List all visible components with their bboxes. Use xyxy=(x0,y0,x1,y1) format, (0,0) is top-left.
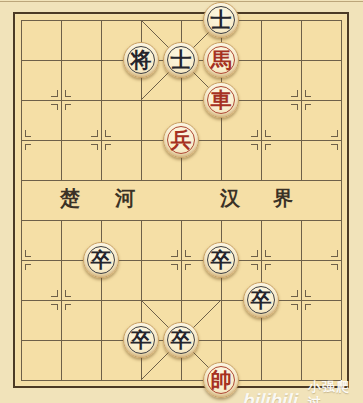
piece-red-soldier[interactable]: 兵 xyxy=(163,122,199,158)
piece-glyph: 卒 xyxy=(251,290,272,311)
piece-glyph: 士 xyxy=(171,50,192,71)
piece-black-advisor[interactable]: 士 xyxy=(203,2,239,38)
piece-glyph: 卒 xyxy=(131,330,152,351)
piece-black-general[interactable]: 将 xyxy=(123,42,159,78)
piece-glyph: 士 xyxy=(211,10,232,31)
piece-glyph: 将 xyxy=(131,50,152,71)
piece-glyph: 卒 xyxy=(211,250,232,271)
piece-glyph: 卒 xyxy=(91,250,112,271)
bilibili-logo: bilibili xyxy=(242,391,298,403)
piece-red-chariot[interactable]: 車 xyxy=(203,82,239,118)
watermark: bilibili 小强爬过 xyxy=(243,379,363,403)
piece-glyph: 馬 xyxy=(211,50,232,71)
piece-black-advisor[interactable]: 士 xyxy=(163,42,199,78)
river-label-chu-he: 楚河 xyxy=(60,187,170,209)
piece-glyph: 帥 xyxy=(211,370,232,391)
piece-glyph: 車 xyxy=(211,90,232,111)
piece-black-soldier[interactable]: 卒 xyxy=(203,242,239,278)
piece-black-soldier[interactable]: 卒 xyxy=(123,322,159,358)
piece-glyph: 兵 xyxy=(171,130,192,151)
river-label-han-jie: 汉界 xyxy=(220,187,326,209)
piece-black-soldier[interactable]: 卒 xyxy=(163,322,199,358)
piece-red-general[interactable]: 帥 xyxy=(203,362,239,398)
watermark-text: 小强爬过 xyxy=(308,379,363,403)
piece-black-soldier[interactable]: 卒 xyxy=(243,282,279,318)
piece-glyph: 卒 xyxy=(171,330,192,351)
piece-red-horse[interactable]: 馬 xyxy=(203,42,239,78)
piece-black-soldier[interactable]: 卒 xyxy=(83,242,119,278)
